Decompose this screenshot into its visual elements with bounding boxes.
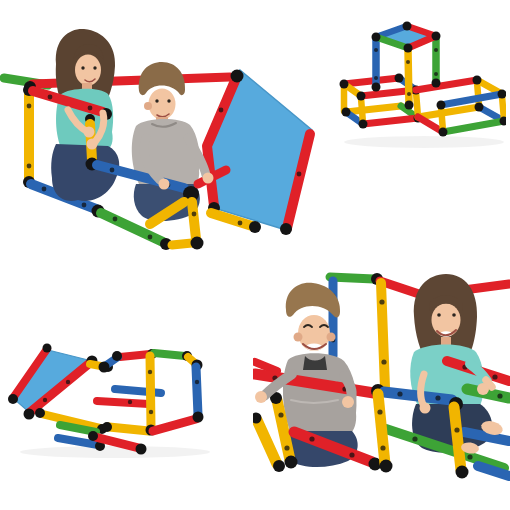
girl-hand [420, 403, 431, 414]
boy-hand [342, 396, 354, 408]
photo-kids-frame-with-slide [0, 8, 320, 250]
girl-hand [87, 139, 98, 150]
slide-panel [206, 70, 312, 236]
product-collage [0, 0, 510, 510]
scene-ramp-structure [5, 332, 217, 468]
scene-kids-frame-with-slide [0, 8, 320, 250]
scene-kids-corner-frames [253, 262, 510, 510]
boy-hand [159, 179, 170, 190]
scene-tower-structure [328, 14, 506, 150]
floor-shadow [344, 136, 504, 148]
girl-hand [84, 127, 95, 138]
boy-hand [203, 173, 214, 184]
ramp-panel [8, 344, 98, 420]
open-box-frame [97, 349, 204, 436]
floor-shadow [20, 446, 210, 458]
girl-hand [477, 383, 489, 395]
photo-kids-corner-frames [253, 262, 510, 510]
right-box [416, 76, 506, 137]
photo-tower-structure [328, 14, 506, 150]
boy-hand [255, 391, 267, 403]
photo-ramp-structure [5, 332, 217, 468]
boy-face [149, 89, 176, 120]
